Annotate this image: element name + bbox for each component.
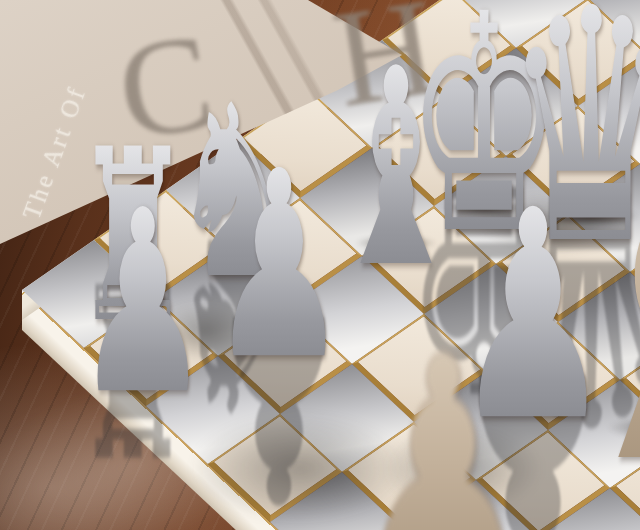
piece-white-pawn-c3[interactable]: ♟ [210,137,349,395]
piece-black-bishop-f4[interactable]: ♝ [573,112,640,520]
piece-white-pawn-b1[interactable]: ♟ [75,177,211,429]
photo-scene: The Art Of C H ♜♜♟♞♞♟♟♝♚♚♛♛♟♟♝♟ [0,0,640,530]
piece-black-pawn-f2[interactable]: ♟ [350,316,536,530]
